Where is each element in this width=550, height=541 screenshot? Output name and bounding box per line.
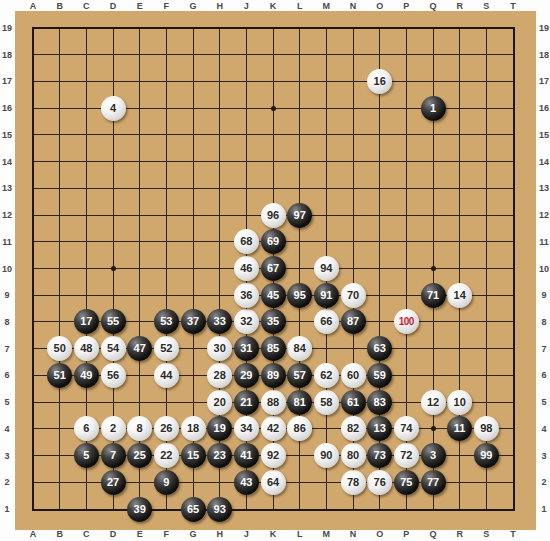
- stone-1-black-Q16: 1: [421, 96, 446, 121]
- coord-label-top-A: A: [26, 0, 40, 12]
- stone-move-number: 45: [267, 290, 279, 301]
- coord-label-left-7: 7: [0, 343, 14, 355]
- stone-move-number: 1: [430, 103, 436, 114]
- coord-label-right-12: 12: [537, 209, 550, 221]
- stone-76-white-O2: 76: [367, 470, 392, 495]
- stone-move-number: 78: [347, 477, 359, 488]
- stone-83-black-O5: 83: [367, 390, 392, 415]
- coord-label-right-17: 17: [537, 75, 550, 87]
- stone-move-number: 73: [374, 450, 386, 461]
- stone-move-number: 27: [107, 477, 119, 488]
- stone-91-black-M9: 91: [314, 283, 339, 308]
- stone-move-number: 4: [110, 103, 116, 114]
- coord-label-left-16: 16: [0, 102, 14, 114]
- stone-97-black-L12: 97: [287, 203, 312, 228]
- stone-68-white-J11: 68: [234, 229, 259, 254]
- coord-label-left-13: 13: [0, 182, 14, 194]
- stone-85-black-K7: 85: [261, 336, 286, 361]
- stone-55-black-D8: 55: [101, 309, 126, 334]
- stone-move-number: 84: [294, 343, 306, 354]
- stone-move-number: 9: [163, 477, 169, 488]
- coord-label-top-R: R: [453, 0, 467, 12]
- stone-move-number: 34: [240, 423, 252, 434]
- stone-move-number: 57: [294, 370, 306, 381]
- stone-move-number: 41: [240, 450, 252, 461]
- coord-label-bottom-P: P: [399, 528, 413, 540]
- stone-move-number: 61: [347, 397, 359, 408]
- stone-74-white-P4: 74: [394, 416, 419, 441]
- coord-label-left-3: 3: [0, 450, 14, 462]
- coord-label-right-9: 9: [537, 289, 550, 301]
- coord-label-top-L: L: [293, 0, 307, 12]
- stone-14-white-R9: 14: [447, 283, 472, 308]
- stone-56-white-D6: 56: [101, 363, 126, 388]
- coord-label-bottom-R: R: [453, 528, 467, 540]
- stone-15-black-G3: 15: [181, 443, 206, 468]
- coord-label-bottom-H: H: [213, 528, 227, 540]
- coord-label-right-16: 16: [537, 102, 550, 114]
- coord-label-bottom-N: N: [346, 528, 360, 540]
- coord-label-right-10: 10: [537, 263, 550, 275]
- stone-54-white-D7: 54: [101, 336, 126, 361]
- stone-move-number: 83: [374, 397, 386, 408]
- stone-3-black-Q3: 3: [421, 443, 446, 468]
- coord-label-right-3: 3: [537, 450, 550, 462]
- go-diagram: AABBCCDDEEFFGGHHJJKKLLMMNNOOPPQQRRSSTT19…: [0, 0, 550, 541]
- stone-move-number: 89: [267, 370, 279, 381]
- stone-move-number: 25: [134, 450, 146, 461]
- stone-move-number: 42: [267, 423, 279, 434]
- stone-move-number: 52: [160, 343, 172, 354]
- coord-label-right-19: 19: [537, 22, 550, 34]
- stone-move-number: 93: [214, 504, 226, 515]
- stone-95-black-L9: 95: [287, 283, 312, 308]
- stone-move-number: 43: [240, 477, 252, 488]
- stone-move-number: 54: [107, 343, 119, 354]
- stone-move-number: 11: [454, 423, 466, 434]
- stone-move-number: 31: [240, 343, 252, 354]
- stone-move-number: 5: [83, 450, 89, 461]
- coord-label-bottom-J: J: [239, 528, 253, 540]
- stone-move-number: 76: [374, 477, 386, 488]
- stone-move-number: 99: [480, 450, 492, 461]
- coord-label-bottom-K: K: [266, 528, 280, 540]
- stone-move-number: 49: [80, 370, 92, 381]
- stone-28-white-H6: 28: [207, 363, 232, 388]
- coord-label-right-4: 4: [537, 423, 550, 435]
- stone-34-white-J4: 34: [234, 416, 259, 441]
- stone-6-white-C4: 6: [74, 416, 99, 441]
- stone-move-number: 59: [374, 370, 386, 381]
- coord-label-right-8: 8: [537, 316, 550, 328]
- coord-label-right-1: 1: [537, 503, 550, 515]
- stone-move-number: 6: [83, 423, 89, 434]
- stone-move-number: 95: [294, 290, 306, 301]
- coord-label-bottom-Q: Q: [426, 528, 440, 540]
- coord-label-left-9: 9: [0, 289, 14, 301]
- stone-72-white-P3: 72: [394, 443, 419, 468]
- stone-49-black-C6: 49: [74, 363, 99, 388]
- stone-move-number: 20: [214, 397, 226, 408]
- coord-label-top-E: E: [133, 0, 147, 12]
- stone-move-number: 94: [320, 263, 332, 274]
- coord-label-right-11: 11: [537, 236, 550, 248]
- coord-label-top-D: D: [106, 0, 120, 12]
- stone-move-number: 3: [430, 450, 436, 461]
- stone-move-number: 98: [480, 423, 492, 434]
- coord-label-top-J: J: [239, 0, 253, 12]
- stone-move-number: 74: [400, 423, 412, 434]
- stone-move-number: 82: [347, 423, 359, 434]
- coord-label-bottom-O: O: [373, 528, 387, 540]
- stone-move-number: 53: [160, 316, 172, 327]
- coord-label-left-18: 18: [0, 49, 14, 61]
- coord-label-top-T: T: [506, 0, 520, 12]
- stone-move-number: 48: [80, 343, 92, 354]
- stone-62-white-M6: 62: [314, 363, 339, 388]
- coord-label-right-6: 6: [537, 369, 550, 381]
- stone-move-number: 92: [267, 450, 279, 461]
- coord-label-right-14: 14: [537, 156, 550, 168]
- stone-52-white-F7: 52: [154, 336, 179, 361]
- stone-18-white-G4: 18: [181, 416, 206, 441]
- stone-move-number: 88: [267, 397, 279, 408]
- coord-label-top-H: H: [213, 0, 227, 12]
- stone-move-number: 91: [320, 290, 332, 301]
- stone-move-number: 26: [160, 423, 172, 434]
- coord-label-left-10: 10: [0, 263, 14, 275]
- stone-61-black-N5: 61: [341, 390, 366, 415]
- stone-move-number: 19: [214, 423, 226, 434]
- coord-label-bottom-A: A: [26, 528, 40, 540]
- stone-69-black-K11: 69: [261, 229, 286, 254]
- stone-82-white-N4: 82: [341, 416, 366, 441]
- coord-label-left-12: 12: [0, 209, 14, 221]
- stone-move-number: 12: [427, 397, 439, 408]
- stone-move-number: 22: [160, 450, 172, 461]
- stone-move-number: 16: [374, 76, 386, 87]
- stone-48-white-C7: 48: [74, 336, 99, 361]
- stone-move-number: 67: [267, 263, 279, 274]
- coord-label-left-6: 6: [0, 369, 14, 381]
- stone-move-number: 96: [267, 210, 279, 221]
- stone-10-white-R5: 10: [447, 390, 472, 415]
- coord-label-top-S: S: [479, 0, 493, 12]
- coord-label-top-Q: Q: [426, 0, 440, 12]
- stone-5-black-C3: 5: [74, 443, 99, 468]
- stone-39-black-E1: 39: [127, 497, 152, 522]
- stone-9-black-F2: 9: [154, 470, 179, 495]
- stone-87-black-N8: 87: [341, 309, 366, 334]
- coord-label-bottom-T: T: [506, 528, 520, 540]
- stone-move-number: 10: [454, 397, 466, 408]
- stone-move-number: 44: [160, 370, 172, 381]
- stone-89-black-K6: 89: [261, 363, 286, 388]
- stone-move-number: 80: [347, 450, 359, 461]
- stone-move-number: 46: [240, 263, 252, 274]
- coord-label-left-4: 4: [0, 423, 14, 435]
- stone-37-black-G8: 37: [181, 309, 206, 334]
- stone-move-number: 15: [187, 450, 199, 461]
- stone-16-white-O17: 16: [367, 69, 392, 94]
- stone-move-number: 23: [214, 450, 226, 461]
- stone-45-black-K9: 45: [261, 283, 286, 308]
- stone-move-number: 68: [240, 236, 252, 247]
- stone-27-black-D2: 27: [101, 470, 126, 495]
- star-point: [271, 106, 276, 111]
- stone-move-number: 50: [54, 343, 66, 354]
- coord-label-right-13: 13: [537, 182, 550, 194]
- stone-move-number: 7: [110, 450, 116, 461]
- stone-20-white-H5: 20: [207, 390, 232, 415]
- stone-4-white-D16: 4: [101, 96, 126, 121]
- coord-label-bottom-D: D: [106, 528, 120, 540]
- stone-81-black-L5: 81: [287, 390, 312, 415]
- stone-move-number: 36: [240, 290, 252, 301]
- coord-label-bottom-S: S: [479, 528, 493, 540]
- stone-move-number: 72: [400, 450, 412, 461]
- star-point: [111, 266, 116, 271]
- stone-move-number: 70: [347, 290, 359, 301]
- stone-58-white-M5: 58: [314, 390, 339, 415]
- coord-label-left-15: 15: [0, 129, 14, 141]
- stone-51-black-B6: 51: [47, 363, 72, 388]
- stone-move-number: 81: [294, 397, 306, 408]
- coord-label-left-17: 17: [0, 75, 14, 87]
- stone-move-number: 65: [187, 504, 199, 515]
- stone-88-white-K5: 88: [261, 390, 286, 415]
- stone-move-number: 58: [320, 397, 332, 408]
- stone-move-number: 51: [54, 370, 66, 381]
- coord-label-top-P: P: [399, 0, 413, 12]
- stone-move-number: 64: [267, 477, 279, 488]
- stone-65-black-G1: 65: [181, 497, 206, 522]
- stone-move-number: 17: [80, 316, 92, 327]
- stone-move-number: 55: [107, 316, 119, 327]
- coord-label-left-2: 2: [0, 476, 14, 488]
- stone-2-white-D4: 2: [101, 416, 126, 441]
- coord-label-bottom-B: B: [53, 528, 67, 540]
- stone-90-white-M3: 90: [314, 443, 339, 468]
- stone-move-number: 97: [294, 210, 306, 221]
- stone-7-black-D3: 7: [101, 443, 126, 468]
- stone-31-black-J7: 31: [234, 336, 259, 361]
- stone-move-number: 71: [427, 290, 439, 301]
- stone-98-white-S4: 98: [474, 416, 499, 441]
- coord-label-top-N: N: [346, 0, 360, 12]
- stone-75-black-P2: 75: [394, 470, 419, 495]
- stone-move-number: 33: [214, 316, 226, 327]
- coord-label-top-M: M: [319, 0, 333, 12]
- stone-26-white-F4: 26: [154, 416, 179, 441]
- stone-77-black-Q2: 77: [421, 470, 446, 495]
- coord-label-top-B: B: [53, 0, 67, 12]
- stone-60-white-N6: 60: [341, 363, 366, 388]
- stone-move-number: 18: [187, 423, 199, 434]
- stone-move-number: 56: [107, 370, 119, 381]
- stone-move-number: 29: [240, 370, 252, 381]
- stone-36-white-J9: 36: [234, 283, 259, 308]
- stone-move-number: 66: [320, 316, 332, 327]
- stone-57-black-L6: 57: [287, 363, 312, 388]
- stone-70-white-N9: 70: [341, 283, 366, 308]
- stone-move-number: 75: [400, 477, 412, 488]
- stone-99-black-S3: 99: [474, 443, 499, 468]
- stone-move-number: 21: [240, 397, 252, 408]
- stone-41-black-J3: 41: [234, 443, 259, 468]
- stone-move-number: 100: [399, 317, 414, 327]
- stone-46-white-J10: 46: [234, 256, 259, 281]
- stone-move-number: 2: [110, 423, 116, 434]
- coord-label-right-7: 7: [537, 343, 550, 355]
- star-point: [431, 426, 436, 431]
- stone-move-number: 14: [454, 290, 466, 301]
- stone-12-white-Q5: 12: [421, 390, 446, 415]
- stone-92-white-K3: 92: [261, 443, 286, 468]
- stone-move-number: 30: [214, 343, 226, 354]
- coord-label-left-19: 19: [0, 22, 14, 34]
- stone-21-black-J5: 21: [234, 390, 259, 415]
- stone-move-number: 35: [267, 316, 279, 327]
- coord-label-right-15: 15: [537, 129, 550, 141]
- star-point: [431, 266, 436, 271]
- coord-label-left-14: 14: [0, 156, 14, 168]
- coord-label-bottom-G: G: [186, 528, 200, 540]
- stone-move-number: 8: [137, 423, 143, 434]
- stone-35-black-K8: 35: [261, 309, 286, 334]
- stone-move-number: 28: [214, 370, 226, 381]
- stone-move-number: 87: [347, 316, 359, 327]
- stone-move-number: 32: [240, 316, 252, 327]
- coord-label-left-8: 8: [0, 316, 14, 328]
- stone-71-black-Q9: 71: [421, 283, 446, 308]
- stone-44-white-F6: 44: [154, 363, 179, 388]
- stone-move-number: 90: [320, 450, 332, 461]
- stone-67-black-K10: 67: [261, 256, 286, 281]
- stone-move-number: 85: [267, 343, 279, 354]
- coord-label-left-1: 1: [0, 503, 14, 515]
- stone-move-number: 39: [134, 504, 146, 515]
- coord-label-bottom-F: F: [159, 528, 173, 540]
- stone-move-number: 77: [427, 477, 439, 488]
- coord-label-top-F: F: [159, 0, 173, 12]
- stone-move-number: 37: [187, 316, 199, 327]
- stone-42-white-K4: 42: [261, 416, 286, 441]
- coord-label-top-O: O: [373, 0, 387, 12]
- stone-59-black-O6: 59: [367, 363, 392, 388]
- stone-64-white-K2: 64: [261, 470, 286, 495]
- coord-label-bottom-M: M: [319, 528, 333, 540]
- stone-move-number: 62: [320, 370, 332, 381]
- stone-move-number: 13: [374, 423, 386, 434]
- stone-22-white-F3: 22: [154, 443, 179, 468]
- coord-label-top-C: C: [79, 0, 93, 12]
- stone-move-number: 60: [347, 370, 359, 381]
- stone-80-white-N3: 80: [341, 443, 366, 468]
- coord-label-left-11: 11: [0, 236, 14, 248]
- coord-label-bottom-C: C: [79, 528, 93, 540]
- stone-move-number: 47: [134, 343, 146, 354]
- stone-94-white-M10: 94: [314, 256, 339, 281]
- stone-78-white-N2: 78: [341, 470, 366, 495]
- stone-93-black-H1: 93: [207, 497, 232, 522]
- coord-label-right-5: 5: [537, 396, 550, 408]
- coord-label-bottom-L: L: [293, 528, 307, 540]
- coord-label-right-18: 18: [537, 49, 550, 61]
- stone-move-number: 63: [374, 343, 386, 354]
- coord-label-top-K: K: [266, 0, 280, 12]
- coord-label-right-2: 2: [537, 476, 550, 488]
- stone-move-number: 69: [267, 236, 279, 247]
- stone-43-black-J2: 43: [234, 470, 259, 495]
- stone-96-white-K12: 96: [261, 203, 286, 228]
- coord-label-bottom-E: E: [133, 528, 147, 540]
- stone-29-black-J6: 29: [234, 363, 259, 388]
- coord-label-top-G: G: [186, 0, 200, 12]
- stone-move-number: 86: [294, 423, 306, 434]
- coord-label-left-5: 5: [0, 396, 14, 408]
